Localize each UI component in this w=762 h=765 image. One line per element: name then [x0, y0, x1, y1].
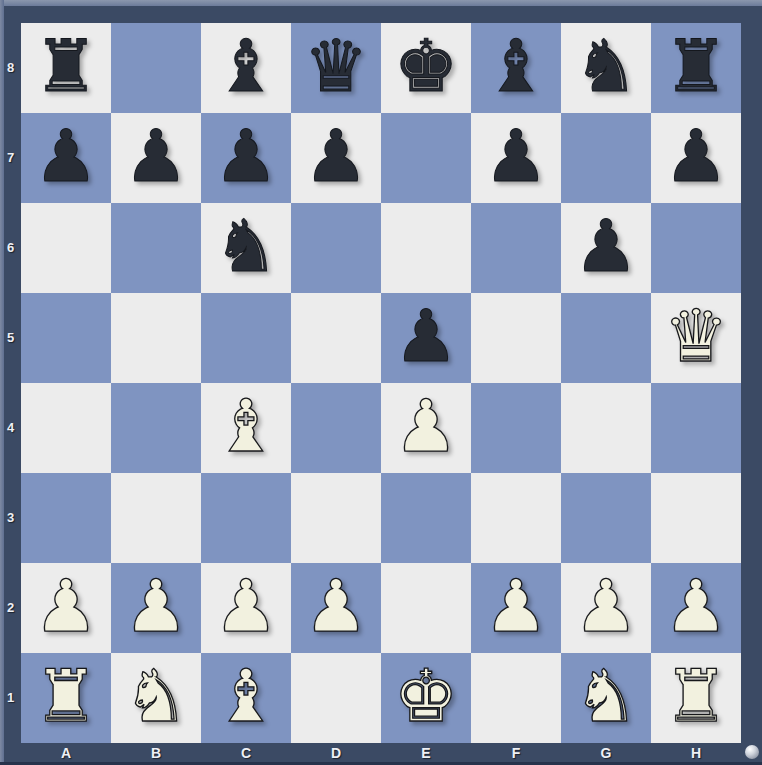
square-d7[interactable]: ♟ [291, 113, 381, 203]
chess-board[interactable]: ♜♝♛♚♝♞♜♟♟♟♟♟♟♞♟♟♛♝♟♟♟♟♟♟♟♟♜♞♝♚♞♜ [21, 23, 741, 743]
white-pawn-a2[interactable]: ♟ [21, 563, 111, 653]
black-pawn-f7[interactable]: ♟ [471, 113, 561, 203]
square-d1[interactable] [291, 653, 381, 743]
square-c8[interactable]: ♝ [201, 23, 291, 113]
square-f7[interactable]: ♟ [471, 113, 561, 203]
rank-label-1: 1 [0, 653, 21, 743]
square-a5[interactable] [21, 293, 111, 383]
square-b4[interactable] [111, 383, 201, 473]
square-d5[interactable] [291, 293, 381, 383]
black-pawn-e5[interactable]: ♟ [381, 293, 471, 383]
square-f6[interactable] [471, 203, 561, 293]
square-b5[interactable] [111, 293, 201, 383]
black-pawn-d7[interactable]: ♟ [291, 113, 381, 203]
white-rook-h1[interactable]: ♜ [651, 653, 741, 743]
square-h3[interactable] [651, 473, 741, 563]
white-queen-h5[interactable]: ♛ [651, 293, 741, 383]
corner-ball-icon [745, 745, 759, 759]
white-knight-g1[interactable]: ♞ [561, 653, 651, 743]
square-f1[interactable] [471, 653, 561, 743]
square-e3[interactable] [381, 473, 471, 563]
square-d8[interactable]: ♛ [291, 23, 381, 113]
square-a3[interactable] [21, 473, 111, 563]
square-a6[interactable] [21, 203, 111, 293]
black-pawn-b7[interactable]: ♟ [111, 113, 201, 203]
square-g5[interactable] [561, 293, 651, 383]
square-a1[interactable]: ♜ [21, 653, 111, 743]
square-h4[interactable] [651, 383, 741, 473]
white-knight-b1[interactable]: ♞ [111, 653, 201, 743]
rank-label-5: 5 [0, 293, 21, 383]
square-e5[interactable]: ♟ [381, 293, 471, 383]
white-pawn-h2[interactable]: ♟ [651, 563, 741, 653]
square-b6[interactable] [111, 203, 201, 293]
white-pawn-d2[interactable]: ♟ [291, 563, 381, 653]
square-b3[interactable] [111, 473, 201, 563]
white-bishop-c1[interactable]: ♝ [201, 653, 291, 743]
square-d4[interactable] [291, 383, 381, 473]
square-d2[interactable]: ♟ [291, 563, 381, 653]
square-f3[interactable] [471, 473, 561, 563]
black-bishop-c8[interactable]: ♝ [201, 23, 291, 113]
square-e1[interactable]: ♚ [381, 653, 471, 743]
square-c3[interactable] [201, 473, 291, 563]
square-a8[interactable]: ♜ [21, 23, 111, 113]
square-d3[interactable] [291, 473, 381, 563]
square-c2[interactable]: ♟ [201, 563, 291, 653]
square-f2[interactable]: ♟ [471, 563, 561, 653]
square-g3[interactable] [561, 473, 651, 563]
black-knight-g8[interactable]: ♞ [561, 23, 651, 113]
black-rook-h8[interactable]: ♜ [651, 23, 741, 113]
square-a7[interactable]: ♟ [21, 113, 111, 203]
square-e6[interactable] [381, 203, 471, 293]
black-rook-a8[interactable]: ♜ [21, 23, 111, 113]
black-king-e8[interactable]: ♚ [381, 23, 471, 113]
square-e7[interactable] [381, 113, 471, 203]
black-pawn-h7[interactable]: ♟ [651, 113, 741, 203]
square-f8[interactable]: ♝ [471, 23, 561, 113]
square-a2[interactable]: ♟ [21, 563, 111, 653]
square-g8[interactable]: ♞ [561, 23, 651, 113]
white-bishop-c4[interactable]: ♝ [201, 383, 291, 473]
square-d6[interactable] [291, 203, 381, 293]
white-pawn-c2[interactable]: ♟ [201, 563, 291, 653]
square-g1[interactable]: ♞ [561, 653, 651, 743]
black-pawn-a7[interactable]: ♟ [21, 113, 111, 203]
square-c7[interactable]: ♟ [201, 113, 291, 203]
square-f5[interactable] [471, 293, 561, 383]
black-pawn-g6[interactable]: ♟ [561, 203, 651, 293]
square-b2[interactable]: ♟ [111, 563, 201, 653]
square-b8[interactable] [111, 23, 201, 113]
square-e4[interactable]: ♟ [381, 383, 471, 473]
black-knight-c6[interactable]: ♞ [201, 203, 291, 293]
rank-label-2: 2 [0, 563, 21, 653]
square-c6[interactable]: ♞ [201, 203, 291, 293]
square-g7[interactable] [561, 113, 651, 203]
white-pawn-b2[interactable]: ♟ [111, 563, 201, 653]
black-pawn-c7[interactable]: ♟ [201, 113, 291, 203]
square-b1[interactable]: ♞ [111, 653, 201, 743]
square-c5[interactable] [201, 293, 291, 383]
square-g6[interactable]: ♟ [561, 203, 651, 293]
square-h2[interactable]: ♟ [651, 563, 741, 653]
white-pawn-f2[interactable]: ♟ [471, 563, 561, 653]
square-c4[interactable]: ♝ [201, 383, 291, 473]
black-bishop-f8[interactable]: ♝ [471, 23, 561, 113]
white-rook-a1[interactable]: ♜ [21, 653, 111, 743]
square-b7[interactable]: ♟ [111, 113, 201, 203]
rank-label-6: 6 [0, 203, 21, 293]
black-queen-d8[interactable]: ♛ [291, 23, 381, 113]
square-h1[interactable]: ♜ [651, 653, 741, 743]
white-pawn-e4[interactable]: ♟ [381, 383, 471, 473]
square-a4[interactable] [21, 383, 111, 473]
rank-label-4: 4 [0, 383, 21, 473]
rank-label-3: 3 [0, 473, 21, 563]
square-g4[interactable] [561, 383, 651, 473]
square-h8[interactable]: ♜ [651, 23, 741, 113]
square-c1[interactable]: ♝ [201, 653, 291, 743]
white-pawn-g2[interactable]: ♟ [561, 563, 651, 653]
window-bevel-top [0, 0, 762, 6]
square-h6[interactable] [651, 203, 741, 293]
square-h5[interactable]: ♛ [651, 293, 741, 383]
square-h7[interactable]: ♟ [651, 113, 741, 203]
rank-label-7: 7 [0, 113, 21, 203]
chessboard-window: ♜♝♛♚♝♞♜♟♟♟♟♟♟♞♟♟♛♝♟♟♟♟♟♟♟♟♜♞♝♚♞♜ 1234567… [0, 0, 762, 765]
square-g2[interactable]: ♟ [561, 563, 651, 653]
square-e2[interactable] [381, 563, 471, 653]
rank-label-8: 8 [0, 23, 21, 113]
square-e8[interactable]: ♚ [381, 23, 471, 113]
white-king-e1[interactable]: ♚ [381, 653, 471, 743]
square-f4[interactable] [471, 383, 561, 473]
